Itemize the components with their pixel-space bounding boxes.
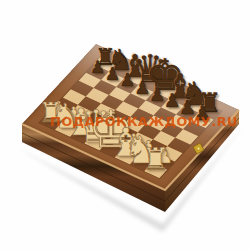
piece-white-rook-h1[interactable]: ♜: [142, 144, 170, 175]
chess-set-photo: ♜♞♝♛♚♝♞♜♟♟♟♟♟♟♟♟♟♟♟♟♟♟♟♟♜♞♝♛♚♝♞♜ ПОДАРОК…: [0, 0, 250, 250]
piece-black-pawn-c7[interactable]: ♟: [119, 72, 135, 90]
piece-black-pawn-b7[interactable]: ♟: [105, 65, 121, 82]
watermark: ПОДАРОККАЖДОМУ.RU: [50, 114, 238, 129]
piece-black-pawn-a7[interactable]: ♟: [90, 59, 105, 76]
